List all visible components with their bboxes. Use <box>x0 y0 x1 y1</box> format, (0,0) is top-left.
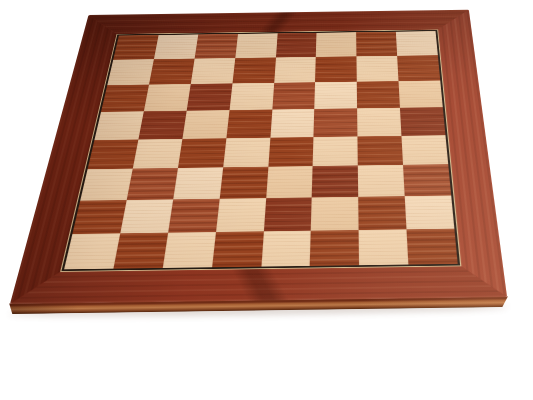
square-a3 <box>80 169 132 201</box>
square-h7 <box>397 55 440 81</box>
square-d4 <box>223 137 270 167</box>
square-a5 <box>94 111 143 140</box>
square-b2 <box>120 200 173 234</box>
square-b8 <box>154 34 198 59</box>
square-b4 <box>133 139 183 169</box>
square-a8 <box>113 35 158 60</box>
square-d5 <box>226 109 272 138</box>
square-b6 <box>144 84 191 111</box>
square-a4 <box>88 139 139 169</box>
square-e4 <box>268 137 314 167</box>
square-e8 <box>276 33 317 58</box>
square-g8 <box>356 32 397 57</box>
square-h3 <box>403 164 451 196</box>
square-h1 <box>407 229 458 265</box>
square-g2 <box>358 196 406 230</box>
square-f5 <box>314 108 358 137</box>
square-e1 <box>261 231 311 267</box>
square-d6 <box>229 83 274 110</box>
square-g1 <box>359 229 409 265</box>
square-b7 <box>149 59 194 85</box>
square-d2 <box>216 198 266 232</box>
square-h5 <box>400 107 445 136</box>
square-d7 <box>232 57 275 83</box>
square-h4 <box>402 135 449 165</box>
square-g3 <box>358 165 405 197</box>
square-c4 <box>178 138 226 168</box>
square-c1 <box>162 232 215 268</box>
square-e7 <box>274 57 316 83</box>
square-e5 <box>270 109 315 138</box>
square-b5 <box>138 110 186 139</box>
square-f1 <box>310 230 359 266</box>
square-a1 <box>64 233 120 269</box>
square-f2 <box>311 197 359 231</box>
square-f8 <box>316 32 357 57</box>
square-c2 <box>168 199 219 233</box>
square-f6 <box>315 81 358 108</box>
square-c5 <box>182 110 229 139</box>
square-h2 <box>405 196 455 230</box>
square-c3 <box>173 168 223 200</box>
square-g7 <box>357 56 399 82</box>
square-h6 <box>399 80 443 107</box>
board-pose <box>39 0 500 356</box>
square-e3 <box>266 166 313 198</box>
square-e2 <box>263 198 312 232</box>
square-g5 <box>357 107 401 136</box>
photo-background <box>0 0 533 400</box>
square-f3 <box>312 166 358 198</box>
square-g6 <box>357 81 400 108</box>
square-c6 <box>186 83 232 110</box>
square-a2 <box>72 200 126 234</box>
square-b3 <box>127 168 178 200</box>
square-e6 <box>272 82 315 109</box>
square-d8 <box>235 33 277 58</box>
square-f7 <box>315 56 357 82</box>
square-a7 <box>107 59 154 85</box>
square-a6 <box>101 84 149 111</box>
square-f4 <box>313 136 358 166</box>
square-h8 <box>396 31 438 56</box>
playing-area <box>61 30 460 271</box>
square-d1 <box>212 231 264 267</box>
chess-board <box>10 10 507 304</box>
square-d3 <box>219 167 268 199</box>
square-g4 <box>358 135 403 165</box>
square-c7 <box>191 58 235 84</box>
square-c8 <box>194 34 237 59</box>
square-b1 <box>113 233 168 269</box>
